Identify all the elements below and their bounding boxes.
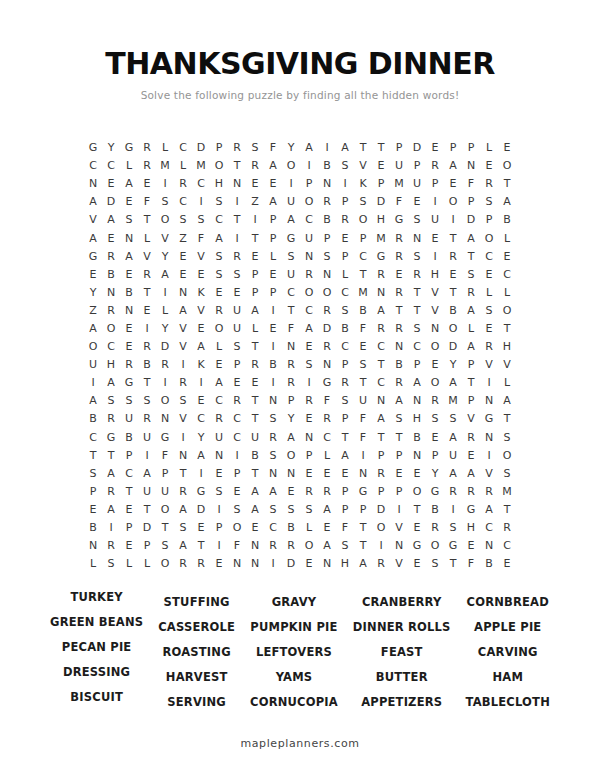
grid-cell[interactable]: N xyxy=(372,392,390,410)
grid-cell[interactable]: A xyxy=(462,301,480,319)
grid-cell[interactable]: D xyxy=(192,139,210,157)
grid-cell[interactable]: F xyxy=(228,537,246,555)
grid-cell[interactable]: A xyxy=(264,482,282,500)
grid-cell[interactable]: S xyxy=(210,265,228,283)
grid-cell[interactable]: R xyxy=(390,229,408,247)
grid-cell[interactable]: I xyxy=(156,175,174,193)
grid-cell[interactable]: T xyxy=(372,428,390,446)
grid-cell[interactable]: M xyxy=(354,283,372,301)
grid-cell[interactable]: A xyxy=(156,265,174,283)
grid-cell[interactable]: A xyxy=(390,392,408,410)
grid-cell[interactable]: R xyxy=(156,356,174,374)
grid-cell[interactable]: R xyxy=(282,374,300,392)
grid-cell[interactable]: G xyxy=(408,537,426,555)
grid-cell[interactable]: S xyxy=(138,392,156,410)
grid-cell[interactable]: S xyxy=(192,211,210,229)
grid-cell[interactable]: I xyxy=(192,374,210,392)
grid-cell[interactable]: B xyxy=(336,319,354,337)
grid-cell[interactable]: L xyxy=(156,301,174,319)
grid-cell[interactable]: A xyxy=(192,338,210,356)
grid-cell[interactable]: A xyxy=(174,301,192,319)
grid-cell[interactable]: P xyxy=(282,392,300,410)
word-list-item[interactable]: TURKEY xyxy=(70,592,122,604)
grid-cell[interactable]: E xyxy=(426,139,444,157)
grid-cell[interactable]: I xyxy=(264,301,282,319)
grid-cell[interactable]: S xyxy=(264,446,282,464)
grid-cell[interactable]: I xyxy=(174,428,192,446)
grid-cell[interactable]: R xyxy=(174,555,192,573)
grid-cell[interactable]: T xyxy=(372,139,390,157)
grid-cell[interactable]: R xyxy=(408,265,426,283)
grid-cell[interactable]: A xyxy=(408,374,426,392)
grid-cell[interactable]: A xyxy=(246,500,264,518)
grid-cell[interactable]: U xyxy=(228,319,246,337)
grid-cell[interactable]: T xyxy=(246,229,264,247)
grid-cell[interactable]: G xyxy=(354,482,372,500)
grid-cell[interactable]: T xyxy=(408,301,426,319)
grid-cell[interactable]: O xyxy=(156,500,174,518)
grid-cell[interactable]: A xyxy=(174,500,192,518)
grid-cell[interactable]: O xyxy=(498,157,516,175)
grid-cell[interactable]: L xyxy=(120,157,138,175)
grid-cell[interactable]: A xyxy=(318,500,336,518)
grid-cell[interactable]: P xyxy=(462,392,480,410)
grid-cell[interactable]: R xyxy=(300,392,318,410)
grid-cell[interactable]: P xyxy=(426,175,444,193)
grid-cell[interactable]: M xyxy=(444,392,462,410)
grid-cell[interactable]: S xyxy=(282,500,300,518)
grid-cell[interactable]: E xyxy=(498,555,516,573)
grid-cell[interactable]: E xyxy=(300,410,318,428)
grid-cell[interactable]: U xyxy=(408,175,426,193)
word-list-item[interactable]: HAM xyxy=(492,672,523,684)
word-list-item[interactable]: GRAVY xyxy=(272,597,317,609)
grid-cell[interactable]: R xyxy=(102,301,120,319)
grid-cell[interactable]: E xyxy=(192,265,210,283)
grid-cell[interactable]: K xyxy=(192,356,210,374)
grid-cell[interactable]: Y xyxy=(444,356,462,374)
grid-cell[interactable]: R xyxy=(372,555,390,573)
grid-cell[interactable]: N xyxy=(480,392,498,410)
grid-cell[interactable]: L xyxy=(138,555,156,573)
grid-cell[interactable]: R xyxy=(462,283,480,301)
grid-cell[interactable]: V xyxy=(174,410,192,428)
grid-cell[interactable]: A xyxy=(444,464,462,482)
grid-cell[interactable]: N xyxy=(120,301,138,319)
grid-cell[interactable]: E xyxy=(120,338,138,356)
word-list-item[interactable]: FEAST xyxy=(381,647,423,659)
grid-cell[interactable]: P xyxy=(210,139,228,157)
grid-cell[interactable]: P xyxy=(228,464,246,482)
word-list-item[interactable]: HARVEST xyxy=(166,672,228,684)
grid-cell[interactable]: V xyxy=(462,410,480,428)
grid-cell[interactable]: S xyxy=(102,392,120,410)
grid-cell[interactable]: B xyxy=(120,428,138,446)
grid-cell[interactable]: U xyxy=(120,410,138,428)
grid-cell[interactable]: E xyxy=(426,356,444,374)
grid-cell[interactable]: O xyxy=(354,211,372,229)
grid-cell[interactable]: S xyxy=(300,500,318,518)
grid-cell[interactable]: N xyxy=(300,428,318,446)
grid-cell[interactable]: T xyxy=(390,301,408,319)
grid-cell[interactable]: E xyxy=(246,175,264,193)
grid-cell[interactable]: A xyxy=(246,482,264,500)
word-list-item[interactable]: BUTTER xyxy=(376,672,428,684)
grid-cell[interactable]: E xyxy=(192,392,210,410)
grid-cell[interactable]: S xyxy=(462,265,480,283)
grid-cell[interactable]: A xyxy=(300,139,318,157)
grid-cell[interactable]: E xyxy=(372,157,390,175)
grid-cell[interactable]: L xyxy=(246,319,264,337)
grid-cell[interactable]: L xyxy=(84,555,102,573)
grid-cell[interactable]: S xyxy=(120,211,138,229)
grid-cell[interactable]: P xyxy=(318,229,336,247)
grid-cell[interactable]: S xyxy=(174,518,192,536)
grid-cell[interactable]: T xyxy=(228,211,246,229)
grid-cell[interactable]: R xyxy=(498,518,516,536)
grid-cell[interactable]: O xyxy=(156,555,174,573)
grid-cell[interactable]: O xyxy=(498,446,516,464)
grid-cell[interactable]: I xyxy=(192,193,210,211)
grid-cell[interactable]: R xyxy=(318,410,336,428)
grid-cell[interactable]: A xyxy=(282,428,300,446)
grid-cell[interactable]: L xyxy=(174,157,192,175)
grid-cell[interactable]: E xyxy=(138,175,156,193)
grid-cell[interactable]: T xyxy=(174,464,192,482)
grid-cell[interactable]: I xyxy=(426,247,444,265)
grid-cell[interactable]: R xyxy=(264,428,282,446)
grid-cell[interactable]: E xyxy=(354,338,372,356)
grid-cell[interactable]: A xyxy=(138,464,156,482)
grid-cell[interactable]: R xyxy=(372,319,390,337)
grid-cell[interactable]: U xyxy=(390,157,408,175)
grid-cell[interactable]: A xyxy=(282,211,300,229)
grid-cell[interactable]: T xyxy=(444,283,462,301)
grid-cell[interactable]: B xyxy=(390,356,408,374)
grid-cell[interactable]: L xyxy=(480,283,498,301)
grid-cell[interactable]: C xyxy=(354,247,372,265)
grid-cell[interactable]: R xyxy=(138,265,156,283)
grid-cell[interactable]: O xyxy=(300,193,318,211)
grid-cell[interactable]: E xyxy=(444,265,462,283)
grid-cell[interactable]: S xyxy=(300,356,318,374)
grid-cell[interactable]: S xyxy=(480,193,498,211)
grid-cell[interactable]: S xyxy=(228,500,246,518)
grid-cell[interactable]: A xyxy=(498,392,516,410)
grid-cell[interactable]: P xyxy=(372,175,390,193)
grid-cell[interactable]: E xyxy=(282,482,300,500)
grid-cell[interactable]: E xyxy=(336,464,354,482)
grid-cell[interactable]: R xyxy=(390,247,408,265)
grid-cell[interactable]: V xyxy=(192,247,210,265)
grid-cell[interactable]: R xyxy=(318,338,336,356)
grid-cell[interactable]: T xyxy=(156,518,174,536)
grid-cell[interactable]: P xyxy=(336,356,354,374)
word-list-item[interactable]: TABLECLOTH xyxy=(466,697,550,709)
grid-cell[interactable]: V xyxy=(192,301,210,319)
word-list-item[interactable]: CRANBERRY xyxy=(362,597,442,609)
grid-cell[interactable]: O xyxy=(444,319,462,337)
grid-cell[interactable]: N xyxy=(228,175,246,193)
grid-cell[interactable]: L xyxy=(462,319,480,337)
grid-cell[interactable]: G xyxy=(156,428,174,446)
grid-cell[interactable]: T xyxy=(354,139,372,157)
grid-cell[interactable]: T xyxy=(444,555,462,573)
grid-cell[interactable]: P xyxy=(372,482,390,500)
grid-cell[interactable]: A xyxy=(354,555,372,573)
grid-cell[interactable]: R xyxy=(390,374,408,392)
grid-cell[interactable]: B xyxy=(282,518,300,536)
grid-cell[interactable]: U xyxy=(84,356,102,374)
grid-cell[interactable]: C xyxy=(192,410,210,428)
grid-cell[interactable]: F xyxy=(354,410,372,428)
grid-cell[interactable]: E xyxy=(102,175,120,193)
grid-cell[interactable]: A xyxy=(246,301,264,319)
grid-cell[interactable]: I xyxy=(102,518,120,536)
grid-cell[interactable]: N xyxy=(354,464,372,482)
grid-cell[interactable]: I xyxy=(354,446,372,464)
grid-cell[interactable]: S xyxy=(264,500,282,518)
grid-cell[interactable]: C xyxy=(300,301,318,319)
word-list-item[interactable]: BISCUIT xyxy=(70,692,123,704)
grid-cell[interactable]: I xyxy=(264,374,282,392)
grid-cell[interactable]: U xyxy=(300,229,318,247)
grid-cell[interactable]: N xyxy=(390,537,408,555)
grid-cell[interactable]: A xyxy=(84,229,102,247)
grid-cell[interactable]: G xyxy=(480,410,498,428)
grid-cell[interactable]: S xyxy=(156,537,174,555)
grid-cell[interactable]: R xyxy=(426,392,444,410)
grid-cell[interactable]: L xyxy=(210,338,228,356)
grid-cell[interactable]: I xyxy=(300,157,318,175)
grid-cell[interactable]: G xyxy=(84,247,102,265)
grid-cell[interactable]: A xyxy=(120,175,138,193)
grid-cell[interactable]: R xyxy=(264,537,282,555)
grid-cell[interactable]: A xyxy=(336,446,354,464)
grid-cell[interactable]: G xyxy=(102,428,120,446)
grid-cell[interactable]: C xyxy=(282,283,300,301)
grid-cell[interactable]: B xyxy=(138,356,156,374)
grid-cell[interactable]: R xyxy=(138,338,156,356)
grid-cell[interactable]: P xyxy=(264,229,282,247)
grid-cell[interactable]: Y xyxy=(426,464,444,482)
grid-cell[interactable]: T xyxy=(102,446,120,464)
grid-cell[interactable]: T xyxy=(246,338,264,356)
grid-cell[interactable]: O xyxy=(282,446,300,464)
word-list-item[interactable]: CORNUCOPIA xyxy=(250,697,338,709)
grid-cell[interactable]: U xyxy=(426,211,444,229)
grid-cell[interactable]: L xyxy=(318,446,336,464)
grid-cell[interactable]: T xyxy=(120,482,138,500)
grid-cell[interactable]: P xyxy=(462,356,480,374)
grid-cell[interactable]: P xyxy=(120,518,138,536)
grid-cell[interactable]: T xyxy=(408,283,426,301)
grid-cell[interactable]: R xyxy=(174,374,192,392)
grid-cell[interactable]: I xyxy=(300,374,318,392)
grid-cell[interactable]: C xyxy=(228,410,246,428)
grid-cell[interactable]: A xyxy=(462,229,480,247)
grid-cell[interactable]: E xyxy=(426,428,444,446)
grid-cell[interactable]: K xyxy=(192,283,210,301)
grid-cell[interactable]: N xyxy=(174,283,192,301)
grid-cell[interactable]: S xyxy=(426,555,444,573)
grid-cell[interactable]: Y xyxy=(282,139,300,157)
grid-cell[interactable]: U xyxy=(354,392,372,410)
grid-cell[interactable]: G xyxy=(318,374,336,392)
grid-cell[interactable]: A xyxy=(210,374,228,392)
grid-cell[interactable]: R xyxy=(120,356,138,374)
grid-cell[interactable]: S xyxy=(174,392,192,410)
grid-cell[interactable]: N xyxy=(480,537,498,555)
grid-cell[interactable]: B xyxy=(408,428,426,446)
grid-cell[interactable]: N xyxy=(282,464,300,482)
grid-cell[interactable]: I xyxy=(228,193,246,211)
grid-cell[interactable]: F xyxy=(390,193,408,211)
grid-cell[interactable]: R xyxy=(102,410,120,428)
grid-cell[interactable]: B xyxy=(480,555,498,573)
grid-cell[interactable]: C xyxy=(498,537,516,555)
grid-cell[interactable]: E xyxy=(264,175,282,193)
grid-cell[interactable]: V xyxy=(426,301,444,319)
grid-cell[interactable]: C xyxy=(408,338,426,356)
grid-cell[interactable]: E xyxy=(84,500,102,518)
grid-cell[interactable]: B xyxy=(102,265,120,283)
grid-cell[interactable]: C xyxy=(480,247,498,265)
grid-cell[interactable]: T xyxy=(84,446,102,464)
grid-cell[interactable]: D xyxy=(372,500,390,518)
grid-cell[interactable]: A xyxy=(462,464,480,482)
grid-cell[interactable]: E xyxy=(444,175,462,193)
grid-cell[interactable]: O xyxy=(282,157,300,175)
grid-cell[interactable]: P xyxy=(390,482,408,500)
grid-cell[interactable]: M xyxy=(156,157,174,175)
grid-cell[interactable]: G xyxy=(120,374,138,392)
grid-cell[interactable]: R xyxy=(372,464,390,482)
grid-cell[interactable]: C xyxy=(318,428,336,446)
grid-cell[interactable]: E xyxy=(300,338,318,356)
grid-cell[interactable]: S xyxy=(336,301,354,319)
grid-cell[interactable]: A xyxy=(444,428,462,446)
grid-cell[interactable]: M xyxy=(390,175,408,193)
grid-cell[interactable]: V xyxy=(138,247,156,265)
grid-cell[interactable]: S xyxy=(426,410,444,428)
grid-cell[interactable]: E xyxy=(210,356,228,374)
grid-cell[interactable]: E xyxy=(120,500,138,518)
grid-cell[interactable]: N xyxy=(462,157,480,175)
grid-cell[interactable]: R xyxy=(246,157,264,175)
grid-cell[interactable]: N xyxy=(84,537,102,555)
grid-cell[interactable]: L xyxy=(336,265,354,283)
grid-cell[interactable]: A xyxy=(102,374,120,392)
grid-cell[interactable]: I xyxy=(192,464,210,482)
grid-cell[interactable]: S xyxy=(480,301,498,319)
grid-cell[interactable]: E xyxy=(174,247,192,265)
grid-cell[interactable]: P xyxy=(336,410,354,428)
grid-cell[interactable]: S xyxy=(390,410,408,428)
grid-cell[interactable]: S xyxy=(156,193,174,211)
grid-cell[interactable]: C xyxy=(300,211,318,229)
grid-cell[interactable]: R xyxy=(462,428,480,446)
grid-cell[interactable]: H xyxy=(498,338,516,356)
grid-cell[interactable]: E xyxy=(192,518,210,536)
grid-cell[interactable]: R xyxy=(228,392,246,410)
grid-cell[interactable]: H xyxy=(426,265,444,283)
grid-cell[interactable]: T xyxy=(138,211,156,229)
grid-cell[interactable]: N xyxy=(408,446,426,464)
grid-cell[interactable]: C xyxy=(264,518,282,536)
grid-cell[interactable]: Y xyxy=(84,283,102,301)
grid-cell[interactable]: O xyxy=(210,157,228,175)
grid-cell[interactable]: N xyxy=(318,555,336,573)
grid-cell[interactable]: N xyxy=(408,229,426,247)
grid-cell[interactable]: A xyxy=(84,193,102,211)
grid-cell[interactable]: A xyxy=(102,211,120,229)
grid-cell[interactable]: S xyxy=(444,410,462,428)
grid-cell[interactable]: D xyxy=(462,211,480,229)
grid-cell[interactable]: P xyxy=(408,356,426,374)
grid-cell[interactable]: C xyxy=(498,265,516,283)
grid-cell[interactable]: S xyxy=(408,319,426,337)
grid-cell[interactable]: T xyxy=(354,518,372,536)
grid-cell[interactable]: D xyxy=(156,338,174,356)
grid-cell[interactable]: R xyxy=(228,247,246,265)
grid-cell[interactable]: T xyxy=(192,537,210,555)
grid-cell[interactable]: A xyxy=(372,301,390,319)
grid-cell[interactable]: D xyxy=(192,500,210,518)
grid-cell[interactable]: P xyxy=(264,283,282,301)
grid-cell[interactable]: S xyxy=(354,193,372,211)
grid-cell[interactable]: S xyxy=(210,193,228,211)
grid-cell[interactable]: R xyxy=(426,518,444,536)
grid-cell[interactable]: A xyxy=(192,446,210,464)
grid-cell[interactable]: T xyxy=(354,537,372,555)
grid-cell[interactable]: T xyxy=(462,247,480,265)
grid-cell[interactable]: C xyxy=(336,338,354,356)
word-list-item[interactable]: STUFFING xyxy=(164,597,230,609)
grid-cell[interactable]: I xyxy=(264,338,282,356)
grid-cell[interactable]: I xyxy=(264,555,282,573)
grid-cell[interactable]: G xyxy=(444,537,462,555)
grid-cell[interactable]: I xyxy=(318,139,336,157)
grid-cell[interactable]: E xyxy=(408,464,426,482)
grid-cell[interactable]: G xyxy=(84,139,102,157)
grid-cell[interactable]: F xyxy=(192,229,210,247)
grid-cell[interactable]: M xyxy=(498,482,516,500)
grid-cell[interactable]: Y xyxy=(282,410,300,428)
grid-cell[interactable]: T xyxy=(408,500,426,518)
grid-cell[interactable]: E xyxy=(498,247,516,265)
grid-cell[interactable]: I xyxy=(372,537,390,555)
grid-cell[interactable]: R xyxy=(444,482,462,500)
grid-cell[interactable]: C xyxy=(210,392,228,410)
grid-cell[interactable]: S xyxy=(318,247,336,265)
grid-cell[interactable]: I xyxy=(210,500,228,518)
grid-cell[interactable]: O xyxy=(156,211,174,229)
grid-cell[interactable]: G xyxy=(372,247,390,265)
grid-cell[interactable]: L xyxy=(498,283,516,301)
grid-cell[interactable]: S xyxy=(102,555,120,573)
grid-cell[interactable]: C xyxy=(174,139,192,157)
grid-cell[interactable]: A xyxy=(264,193,282,211)
grid-cell[interactable]: P xyxy=(390,446,408,464)
grid-cell[interactable]: P xyxy=(462,139,480,157)
grid-cell[interactable]: R xyxy=(372,265,390,283)
grid-cell[interactable]: R xyxy=(210,410,228,428)
grid-cell[interactable]: E xyxy=(120,193,138,211)
grid-cell[interactable]: N xyxy=(174,446,192,464)
grid-cell[interactable]: E xyxy=(498,139,516,157)
grid-cell[interactable]: R xyxy=(102,247,120,265)
